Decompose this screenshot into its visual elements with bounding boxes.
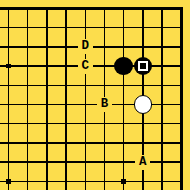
board-cell: C <box>76 56 95 75</box>
white-stone-r14 <box>134 95 153 114</box>
board-intersections: ABCD <box>0 0 190 190</box>
board-cell: D <box>76 37 95 56</box>
board-cell: A <box>133 152 152 171</box>
black-stone-q16 <box>114 57 133 76</box>
square-marker <box>138 61 148 71</box>
point-label-a: A <box>135 155 150 170</box>
point-label-b: B <box>97 97 112 112</box>
board-cell <box>133 95 152 114</box>
marked-black-stone-r16 <box>134 57 153 76</box>
point-label-d: D <box>78 39 93 54</box>
board-cell: B <box>95 95 114 114</box>
go-board[interactable]: ABCD <box>0 0 190 190</box>
point-label-c: C <box>78 59 93 74</box>
board-cell <box>114 56 133 75</box>
board-cell <box>133 56 152 75</box>
